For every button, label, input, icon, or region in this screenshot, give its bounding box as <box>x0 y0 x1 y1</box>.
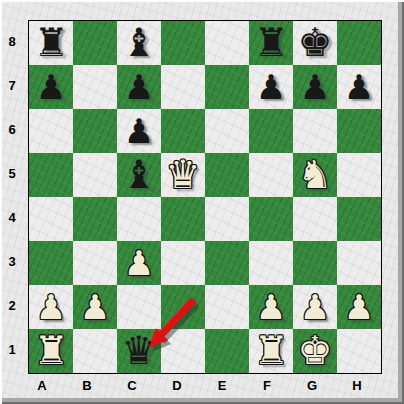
square-c4[interactable] <box>117 197 161 241</box>
square-b6[interactable] <box>73 109 117 153</box>
square-h1[interactable] <box>337 329 381 373</box>
file-label-c: C <box>114 376 150 396</box>
square-b8[interactable] <box>73 21 117 65</box>
square-f5[interactable] <box>249 153 293 197</box>
square-b4[interactable] <box>73 197 117 241</box>
square-g6[interactable] <box>293 109 337 153</box>
piece-white-pawn[interactable]: ♟ <box>249 285 293 329</box>
square-d7[interactable] <box>161 65 205 109</box>
rank-label-5: 5 <box>0 152 24 196</box>
square-c8[interactable]: ♝ <box>117 21 161 65</box>
square-d4[interactable] <box>161 197 205 241</box>
square-a5[interactable] <box>29 153 73 197</box>
piece-black-king[interactable]: ♚ <box>293 21 337 65</box>
square-e4[interactable] <box>205 197 249 241</box>
piece-white-king[interactable]: ♚ <box>293 329 337 373</box>
square-c5[interactable]: ♝ <box>117 153 161 197</box>
piece-white-rook[interactable]: ♜ <box>29 329 73 373</box>
square-h6[interactable] <box>337 109 381 153</box>
square-e3[interactable] <box>205 241 249 285</box>
square-c2[interactable] <box>117 285 161 329</box>
square-a3[interactable] <box>29 241 73 285</box>
square-g7[interactable]: ♟ <box>293 65 337 109</box>
square-a6[interactable] <box>29 109 73 153</box>
rank-label-2: 2 <box>0 284 24 328</box>
piece-white-pawn[interactable]: ♟ <box>337 285 381 329</box>
square-a7[interactable]: ♟ <box>29 65 73 109</box>
rank-label-6: 6 <box>0 108 24 152</box>
square-g3[interactable] <box>293 241 337 285</box>
file-label-e: E <box>204 376 240 396</box>
file-label-a: A <box>24 376 60 396</box>
square-h3[interactable] <box>337 241 381 285</box>
square-e7[interactable] <box>205 65 249 109</box>
square-e1[interactable] <box>205 329 249 373</box>
square-e8[interactable] <box>205 21 249 65</box>
rank-label-7: 7 <box>0 64 24 108</box>
piece-black-pawn[interactable]: ♟ <box>117 65 161 109</box>
square-h2[interactable]: ♟ <box>337 285 381 329</box>
square-f8[interactable]: ♜ <box>249 21 293 65</box>
piece-black-pawn[interactable]: ♟ <box>293 65 337 109</box>
square-f3[interactable] <box>249 241 293 285</box>
square-f6[interactable] <box>249 109 293 153</box>
piece-white-queen[interactable]: ♛ <box>161 153 205 197</box>
piece-black-pawn[interactable]: ♟ <box>117 109 161 153</box>
square-g8[interactable]: ♚ <box>293 21 337 65</box>
square-e6[interactable] <box>205 109 249 153</box>
square-d1[interactable] <box>161 329 205 373</box>
square-h5[interactable] <box>337 153 381 197</box>
square-c3[interactable]: ♟ <box>117 241 161 285</box>
square-b5[interactable] <box>73 153 117 197</box>
square-f4[interactable] <box>249 197 293 241</box>
piece-black-queen[interactable]: ♛ <box>117 329 161 373</box>
square-e2[interactable] <box>205 285 249 329</box>
file-label-f: F <box>249 376 285 396</box>
square-a1[interactable]: ♜ <box>29 329 73 373</box>
file-label-g: G <box>294 376 330 396</box>
piece-black-pawn[interactable]: ♟ <box>337 65 381 109</box>
square-h8[interactable] <box>337 21 381 65</box>
piece-black-rook[interactable]: ♜ <box>29 21 73 65</box>
rank-label-4: 4 <box>0 196 24 240</box>
square-g2[interactable]: ♟ <box>293 285 337 329</box>
square-a8[interactable]: ♜ <box>29 21 73 65</box>
file-label-h: H <box>339 376 375 396</box>
square-c1[interactable]: ♛ <box>117 329 161 373</box>
rank-label-1: 1 <box>0 328 24 372</box>
square-g5[interactable]: ♞ <box>293 153 337 197</box>
piece-black-rook[interactable]: ♜ <box>249 21 293 65</box>
square-c6[interactable]: ♟ <box>117 109 161 153</box>
chess-diagram: ♜♝♜♚♟♟♟♟♟♟♝♛♞♟♟♟♟♟♟♜♛♜♚ 87654321 ABCDEFG… <box>0 0 404 404</box>
square-b2[interactable]: ♟ <box>73 285 117 329</box>
square-f7[interactable]: ♟ <box>249 65 293 109</box>
square-b3[interactable] <box>73 241 117 285</box>
piece-black-bishop[interactable]: ♝ <box>117 153 161 197</box>
piece-black-pawn[interactable]: ♟ <box>29 65 73 109</box>
square-d5[interactable]: ♛ <box>161 153 205 197</box>
square-d6[interactable] <box>161 109 205 153</box>
square-g4[interactable] <box>293 197 337 241</box>
square-f2[interactable]: ♟ <box>249 285 293 329</box>
piece-white-pawn[interactable]: ♟ <box>29 285 73 329</box>
square-f1[interactable]: ♜ <box>249 329 293 373</box>
square-g1[interactable]: ♚ <box>293 329 337 373</box>
square-d8[interactable] <box>161 21 205 65</box>
chess-board: ♜♝♜♚♟♟♟♟♟♟♝♛♞♟♟♟♟♟♟♜♛♜♚ <box>28 20 382 374</box>
square-a2[interactable]: ♟ <box>29 285 73 329</box>
square-e5[interactable] <box>205 153 249 197</box>
piece-black-bishop[interactable]: ♝ <box>117 21 161 65</box>
piece-black-pawn[interactable]: ♟ <box>249 65 293 109</box>
file-label-d: D <box>159 376 195 396</box>
square-a4[interactable] <box>29 197 73 241</box>
square-h7[interactable]: ♟ <box>337 65 381 109</box>
file-label-b: B <box>69 376 105 396</box>
piece-white-knight[interactable]: ♞ <box>293 153 337 197</box>
rank-label-3: 3 <box>0 240 24 284</box>
square-d2[interactable] <box>161 285 205 329</box>
rank-label-8: 8 <box>0 20 24 64</box>
piece-white-pawn[interactable]: ♟ <box>293 285 337 329</box>
square-b7[interactable] <box>73 65 117 109</box>
square-c7[interactable]: ♟ <box>117 65 161 109</box>
square-b1[interactable] <box>73 329 117 373</box>
square-h4[interactable] <box>337 197 381 241</box>
piece-white-pawn[interactable]: ♟ <box>73 285 117 329</box>
piece-white-rook[interactable]: ♜ <box>249 329 293 373</box>
piece-white-pawn[interactable]: ♟ <box>117 241 161 285</box>
square-d3[interactable] <box>161 241 205 285</box>
